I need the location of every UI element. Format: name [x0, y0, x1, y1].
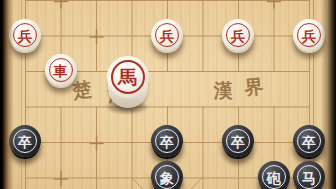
piece-ring: 砲: [262, 165, 286, 189]
piece-character: 兵: [160, 28, 174, 42]
piece-ring: 兵: [297, 23, 321, 47]
piece-red-soldier[interactable]: 兵: [293, 19, 325, 51]
piece-black-elephant[interactable]: 象: [151, 161, 183, 189]
piece-red-soldier[interactable]: 兵: [9, 19, 41, 51]
piece-character: 砲: [267, 170, 281, 184]
piece-ring: 兵: [155, 23, 179, 47]
piece-ring: 马: [297, 165, 321, 189]
piece-character: 兵: [18, 28, 32, 42]
piece-ring: 兵: [13, 23, 37, 47]
river-label-jie: 界: [244, 77, 265, 98]
piece-character: 車: [54, 64, 68, 78]
piece-character: 卒: [18, 135, 32, 149]
piece-black-horse[interactable]: 马: [293, 161, 325, 189]
piece-ring: 車: [49, 58, 73, 82]
piece-black-cannon[interactable]: 砲: [258, 161, 290, 189]
piece-character: 卒: [160, 135, 174, 149]
piece-ring: 象: [155, 165, 179, 189]
piece-black-soldier[interactable]: 卒: [222, 125, 254, 157]
river-label-chu: 楚: [71, 79, 92, 100]
piece-character: 卒: [231, 135, 245, 149]
piece-ring: 卒: [226, 129, 250, 153]
lifted-piece-face: 馬: [107, 56, 149, 98]
piece-red-soldier[interactable]: 兵: [151, 19, 183, 51]
piece-character: 卒: [302, 135, 316, 149]
piece-ring: 卒: [155, 129, 179, 153]
piece-character: 兵: [302, 28, 316, 42]
piece-ring: 卒: [13, 129, 37, 153]
piece-black-soldier[interactable]: 卒: [293, 125, 325, 157]
piece-black-soldier[interactable]: 卒: [9, 125, 41, 157]
piece-ring: 兵: [226, 23, 250, 47]
piece-character: 象: [160, 170, 174, 184]
xiangqi-board[interactable]: 楚 河 漢 界 兵兵兵兵車卒卒卒卒象砲马 馬: [0, 0, 336, 189]
piece-character: 馬: [118, 68, 137, 87]
piece-black-soldier[interactable]: 卒: [151, 125, 183, 157]
piece-red-chariot[interactable]: 車: [45, 54, 77, 86]
river-label-han: 漢: [214, 81, 233, 100]
piece-character: 马: [302, 170, 316, 184]
piece-character: 兵: [231, 28, 245, 42]
lifted-piece-red-horse[interactable]: 馬: [107, 56, 149, 98]
piece-ring: 馬: [111, 60, 145, 94]
piece-ring: 卒: [297, 129, 321, 153]
piece-red-soldier[interactable]: 兵: [222, 19, 254, 51]
